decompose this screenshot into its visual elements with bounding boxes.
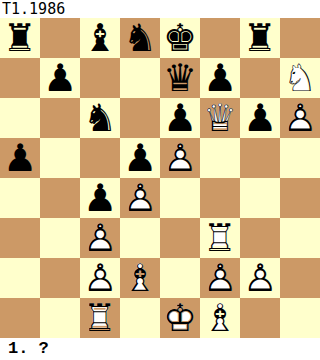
- white-piece-outline: ♙: [80, 258, 120, 298]
- piece-wB-d2[interactable]: ♝♗: [120, 258, 160, 298]
- square-b8[interactable]: [40, 18, 80, 58]
- square-a8[interactable]: ♜: [0, 18, 40, 58]
- white-piece-outline: ♕: [200, 98, 240, 138]
- square-a7[interactable]: [0, 58, 40, 98]
- square-e6[interactable]: ♟: [160, 98, 200, 138]
- black-piece-glyph: ♜: [0, 18, 40, 58]
- piece-wP-d4[interactable]: ♟♙: [120, 178, 160, 218]
- piece-wP-e5[interactable]: ♟♙: [160, 138, 200, 178]
- white-piece-outline: ♗: [120, 258, 160, 298]
- white-piece-outline: ♙: [80, 218, 120, 258]
- square-g2[interactable]: ♟♙: [240, 258, 280, 298]
- white-piece-outline: ♖: [200, 218, 240, 258]
- black-piece-glyph: ♛: [160, 58, 200, 98]
- square-e8[interactable]: ♚: [160, 18, 200, 58]
- square-e5[interactable]: ♟♙: [160, 138, 200, 178]
- black-piece-glyph: ♟: [120, 138, 160, 178]
- square-d5[interactable]: ♟: [120, 138, 160, 178]
- square-h8[interactable]: [280, 18, 320, 58]
- white-piece-outline: ♙: [120, 178, 160, 218]
- square-d2[interactable]: ♝♗: [120, 258, 160, 298]
- square-g7[interactable]: [240, 58, 280, 98]
- chess-board: ♜♝♞♚♜♟♛♟♞♘♞♟♛♕♟♟♙♟♟♟♙♟♟♙♟♙♜♖♟♙♝♗♟♙♟♙♜♖♚♔…: [0, 18, 320, 338]
- black-piece-glyph: ♞: [80, 98, 120, 138]
- piece-bP-b7[interactable]: ♟: [40, 58, 80, 98]
- piece-wP-f2[interactable]: ♟♙: [200, 258, 240, 298]
- piece-bP-a5[interactable]: ♟: [0, 138, 40, 178]
- square-h4[interactable]: [280, 178, 320, 218]
- white-piece-outline: ♗: [200, 298, 240, 338]
- square-a2[interactable]: [0, 258, 40, 298]
- piece-bR-a8[interactable]: ♜: [0, 18, 40, 58]
- black-piece-glyph: ♝: [80, 18, 120, 58]
- piece-wR-c1[interactable]: ♜♖: [80, 298, 120, 338]
- square-g1[interactable]: [240, 298, 280, 338]
- square-f5[interactable]: [200, 138, 240, 178]
- square-h2[interactable]: [280, 258, 320, 298]
- square-d6[interactable]: [120, 98, 160, 138]
- white-piece-outline: ♖: [80, 298, 120, 338]
- square-g8[interactable]: ♜: [240, 18, 280, 58]
- square-d1[interactable]: [120, 298, 160, 338]
- piece-bP-c4[interactable]: ♟: [80, 178, 120, 218]
- square-b2[interactable]: [40, 258, 80, 298]
- square-d3[interactable]: [120, 218, 160, 258]
- piece-wP-c3[interactable]: ♟♙: [80, 218, 120, 258]
- square-h7[interactable]: ♞♘: [280, 58, 320, 98]
- piece-wB-f1[interactable]: ♝♗: [200, 298, 240, 338]
- black-piece-glyph: ♜: [240, 18, 280, 58]
- piece-bP-f7[interactable]: ♟: [200, 58, 240, 98]
- square-h1[interactable]: [280, 298, 320, 338]
- square-f4[interactable]: [200, 178, 240, 218]
- piece-bK-e8[interactable]: ♚: [160, 18, 200, 58]
- piece-wQ-f6[interactable]: ♛♕: [200, 98, 240, 138]
- black-piece-glyph: ♟: [0, 138, 40, 178]
- white-piece-outline: ♘: [280, 58, 320, 98]
- square-b5[interactable]: [40, 138, 80, 178]
- square-f8[interactable]: [200, 18, 240, 58]
- black-piece-glyph: ♞: [120, 18, 160, 58]
- square-f7[interactable]: ♟: [200, 58, 240, 98]
- square-a3[interactable]: [0, 218, 40, 258]
- white-piece-outline: ♙: [200, 258, 240, 298]
- square-f3[interactable]: ♜♖: [200, 218, 240, 258]
- square-g6[interactable]: ♟: [240, 98, 280, 138]
- square-d8[interactable]: ♞: [120, 18, 160, 58]
- square-d4[interactable]: ♟♙: [120, 178, 160, 218]
- square-g3[interactable]: [240, 218, 280, 258]
- square-d7[interactable]: [120, 58, 160, 98]
- black-piece-glyph: ♟: [80, 178, 120, 218]
- piece-wP-g2[interactable]: ♟♙: [240, 258, 280, 298]
- square-e2[interactable]: [160, 258, 200, 298]
- piece-wP-h6[interactable]: ♟♙: [280, 98, 320, 138]
- square-e4[interactable]: [160, 178, 200, 218]
- piece-bQ-e7[interactable]: ♛: [160, 58, 200, 98]
- piece-bN-d8[interactable]: ♞: [120, 18, 160, 58]
- black-piece-glyph: ♚: [160, 18, 200, 58]
- square-c2[interactable]: ♟♙: [80, 258, 120, 298]
- white-piece-outline: ♙: [160, 138, 200, 178]
- square-b1[interactable]: [40, 298, 80, 338]
- square-c5[interactable]: [80, 138, 120, 178]
- piece-wR-f3[interactable]: ♜♖: [200, 218, 240, 258]
- square-e3[interactable]: [160, 218, 200, 258]
- piece-bP-e6[interactable]: ♟: [160, 98, 200, 138]
- piece-bB-c8[interactable]: ♝: [80, 18, 120, 58]
- square-c6[interactable]: ♞: [80, 98, 120, 138]
- square-e1[interactable]: ♚♔: [160, 298, 200, 338]
- black-piece-glyph: ♟: [240, 98, 280, 138]
- square-c7[interactable]: [80, 58, 120, 98]
- black-piece-glyph: ♟: [160, 98, 200, 138]
- square-h3[interactable]: [280, 218, 320, 258]
- square-a5[interactable]: ♟: [0, 138, 40, 178]
- chess-diagram: T1.1986 ♜♝♞♚♜♟♛♟♞♘♞♟♛♕♟♟♙♟♟♟♙♟♟♙♟♙♜♖♟♙♝♗…: [0, 0, 320, 360]
- white-piece-outline: ♙: [240, 258, 280, 298]
- white-piece-outline: ♙: [280, 98, 320, 138]
- square-h6[interactable]: ♟♙: [280, 98, 320, 138]
- piece-bP-d5[interactable]: ♟: [120, 138, 160, 178]
- square-b4[interactable]: [40, 178, 80, 218]
- square-a4[interactable]: [0, 178, 40, 218]
- piece-bR-g8[interactable]: ♜: [240, 18, 280, 58]
- square-c8[interactable]: ♝: [80, 18, 120, 58]
- square-b3[interactable]: [40, 218, 80, 258]
- square-c1[interactable]: ♜♖: [80, 298, 120, 338]
- square-h5[interactable]: [280, 138, 320, 178]
- piece-wP-c2[interactable]: ♟♙: [80, 258, 120, 298]
- piece-bP-g6[interactable]: ♟: [240, 98, 280, 138]
- piece-bN-c6[interactable]: ♞: [80, 98, 120, 138]
- square-b7[interactable]: ♟: [40, 58, 80, 98]
- piece-wN-h7[interactable]: ♞♘: [280, 58, 320, 98]
- black-piece-glyph: ♟: [40, 58, 80, 98]
- square-f1[interactable]: ♝♗: [200, 298, 240, 338]
- square-b6[interactable]: [40, 98, 80, 138]
- square-c4[interactable]: ♟: [80, 178, 120, 218]
- move-prompt: 1. ?: [0, 338, 320, 360]
- square-e7[interactable]: ♛: [160, 58, 200, 98]
- square-a6[interactable]: [0, 98, 40, 138]
- square-g4[interactable]: [240, 178, 280, 218]
- square-f2[interactable]: ♟♙: [200, 258, 240, 298]
- square-f6[interactable]: ♛♕: [200, 98, 240, 138]
- piece-wK-e1[interactable]: ♚♔: [160, 298, 200, 338]
- white-piece-outline: ♔: [160, 298, 200, 338]
- square-a1[interactable]: [0, 298, 40, 338]
- black-piece-glyph: ♟: [200, 58, 240, 98]
- square-g5[interactable]: [240, 138, 280, 178]
- square-c3[interactable]: ♟♙: [80, 218, 120, 258]
